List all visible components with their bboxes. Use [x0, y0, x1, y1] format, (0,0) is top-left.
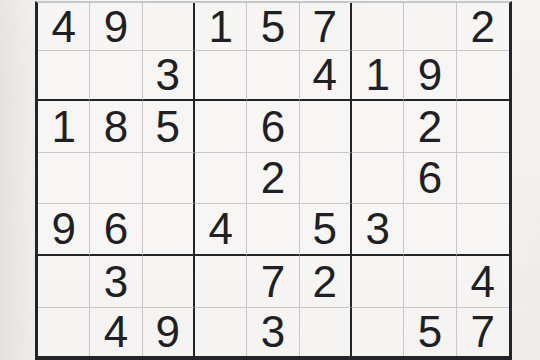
cell-r4c6: [300, 153, 352, 204]
cell-r7c2: 4: [90, 308, 142, 356]
cell-r7c9: 7: [457, 308, 509, 356]
cell-r4c3: [143, 153, 195, 204]
cell-r1c1: 4: [38, 3, 90, 51]
cell-r1c5: 5: [247, 3, 299, 51]
cell-r3c4: [195, 101, 247, 153]
cell-r4c5: 2: [247, 153, 299, 204]
cell-r7c4: [195, 308, 247, 356]
cell-r3c8: 2: [404, 101, 456, 153]
cell-r1c4: 1: [195, 3, 247, 51]
cell-r4c4: [195, 153, 247, 204]
cell-r4c1: [38, 153, 90, 204]
cell-r2c9: [457, 51, 509, 101]
cell-r1c2: 9: [90, 3, 142, 51]
cell-r2c3: 3: [143, 51, 195, 101]
cell-r4c2: [90, 153, 142, 204]
cell-r5c7: 3: [352, 204, 404, 256]
cell-r3c9: [457, 101, 509, 153]
cell-r5c1: 9: [38, 204, 90, 256]
cell-r3c6: [300, 101, 352, 153]
cell-r5c5: [247, 204, 299, 256]
cell-r2c2: [90, 51, 142, 101]
cell-r2c7: 1: [352, 51, 404, 101]
sudoku-board: 4915723419185622696453372449357: [35, 1, 512, 360]
cell-r5c9: [457, 204, 509, 256]
cell-r3c7: [352, 101, 404, 153]
cell-r6c4: [195, 256, 247, 308]
cell-r3c3: 5: [143, 101, 195, 153]
cell-r6c5: 7: [247, 256, 299, 308]
cell-r7c3: 9: [143, 308, 195, 356]
cell-r2c8: 9: [404, 51, 456, 101]
cell-r6c9: 4: [457, 256, 509, 308]
cell-r7c8: 5: [404, 308, 456, 356]
cell-r4c9: [457, 153, 509, 204]
cell-r2c1: [38, 51, 90, 101]
cell-r5c8: [404, 204, 456, 256]
cell-r3c5: 6: [247, 101, 299, 153]
cell-r1c8: [404, 3, 456, 51]
cell-r6c1: [38, 256, 90, 308]
cell-r5c4: 4: [195, 204, 247, 256]
cell-r7c7: [352, 308, 404, 356]
cell-r7c5: 3: [247, 308, 299, 356]
cell-r5c3: [143, 204, 195, 256]
cell-r2c4: [195, 51, 247, 101]
cell-r6c8: [404, 256, 456, 308]
cell-r2c5: [247, 51, 299, 101]
cell-r6c3: [143, 256, 195, 308]
cell-r6c7: [352, 256, 404, 308]
cell-r7c6: [300, 308, 352, 356]
cell-r3c1: 1: [38, 101, 90, 153]
cell-r1c9: 2: [457, 3, 509, 51]
cell-r5c6: 5: [300, 204, 352, 256]
cell-r1c3: [143, 3, 195, 51]
cell-r1c7: [352, 3, 404, 51]
cell-r2c6: 4: [300, 51, 352, 101]
cell-r4c7: [352, 153, 404, 204]
cell-r3c2: 8: [90, 101, 142, 153]
cell-r6c6: 2: [300, 256, 352, 308]
cell-r4c8: 6: [404, 153, 456, 204]
cell-r1c6: 7: [300, 3, 352, 51]
cell-r6c2: 3: [90, 256, 142, 308]
cell-r7c1: [38, 308, 90, 356]
cell-r5c2: 6: [90, 204, 142, 256]
